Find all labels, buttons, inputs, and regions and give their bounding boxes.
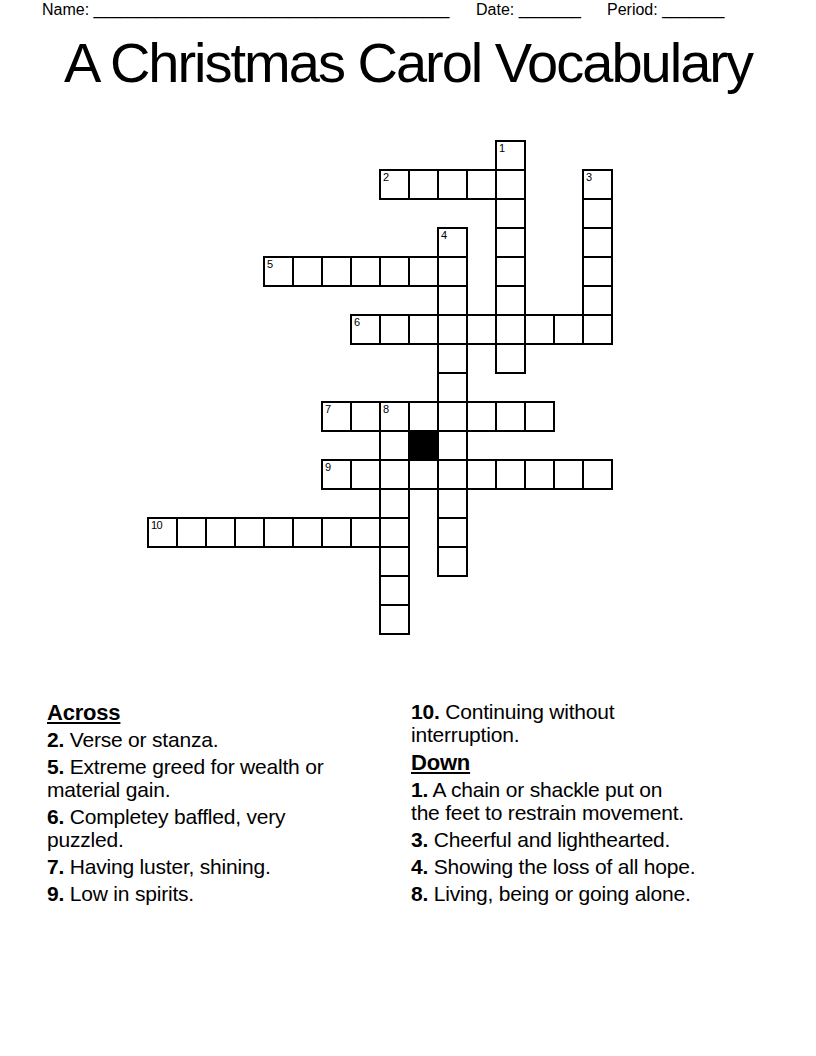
clue-number: 2. [47, 728, 64, 751]
grid-cell-r16c8[interactable] [379, 604, 410, 635]
black-cell-r10c9 [408, 430, 439, 461]
date-blank-line: _______ [519, 1, 581, 18]
period-field: Period: _______ [607, 0, 724, 20]
grid-cell-r1c15[interactable]: 3 [582, 169, 613, 200]
period-blank-line: _______ [662, 1, 724, 18]
cell-number-7: 7 [325, 403, 331, 415]
grid-cell-r11c14[interactable] [553, 459, 584, 490]
grid-cell-r13c8[interactable] [379, 517, 410, 548]
grid-cell-r13c5[interactable] [292, 517, 323, 548]
grid-cell-r6c13[interactable] [524, 314, 555, 345]
grid-cell-r10c10[interactable] [437, 430, 468, 461]
grid-cell-r6c15[interactable] [582, 314, 613, 345]
cell-number-4: 4 [441, 229, 447, 241]
clue-number: 3. [411, 828, 428, 851]
cell-number-10: 10 [151, 519, 162, 531]
grid-cell-r9c6[interactable]: 7 [321, 401, 352, 432]
cell-number-6: 6 [354, 316, 360, 328]
down-heading: Down [411, 750, 773, 776]
grid-cell-r2c12[interactable] [495, 198, 526, 229]
clue-number: 6. [47, 805, 64, 828]
grid-cell-r11c9[interactable] [408, 459, 439, 490]
grid-cell-r13c7[interactable] [350, 517, 381, 548]
grid-cell-r11c12[interactable] [495, 459, 526, 490]
grid-cell-r9c7[interactable] [350, 401, 381, 432]
name-field: Name: __________________________________… [42, 0, 450, 20]
grid-cell-r13c4[interactable] [263, 517, 294, 548]
grid-cell-r0c12[interactable]: 1 [495, 140, 526, 171]
grid-cell-r1c8[interactable]: 2 [379, 169, 410, 200]
grid-cell-r12c10[interactable] [437, 488, 468, 519]
name-blank-line: ________________________________________ [94, 1, 450, 18]
grid-cell-r11c7[interactable] [350, 459, 381, 490]
grid-cell-r9c11[interactable] [466, 401, 497, 432]
cell-number-2: 2 [383, 171, 389, 183]
cell-number-5: 5 [267, 258, 273, 270]
clue-across-5: 5. Extreme greed for wealth ormaterial g… [47, 755, 409, 801]
name-label: Name: [42, 1, 89, 18]
grid-cell-r11c13[interactable] [524, 459, 555, 490]
clue-number: 1. [411, 778, 428, 801]
grid-cell-r14c8[interactable] [379, 546, 410, 577]
grid-cell-r11c6[interactable]: 9 [321, 459, 352, 490]
grid-cell-r4c12[interactable] [495, 256, 526, 287]
grid-cell-r1c12[interactable] [495, 169, 526, 200]
grid-cell-r5c15[interactable] [582, 285, 613, 316]
clue-across-10: 10. Continuing withoutinterruption. [411, 700, 773, 746]
grid-cell-r6c10[interactable] [437, 314, 468, 345]
grid-cell-r1c9[interactable] [408, 169, 439, 200]
grid-cell-r6c11[interactable] [466, 314, 497, 345]
grid-cell-r13c6[interactable] [321, 517, 352, 548]
grid-cell-r4c9[interactable] [408, 256, 439, 287]
clue-across-2: 2. Verse or stanza. [47, 728, 409, 751]
cell-number-8: 8 [383, 403, 389, 415]
clue-number: 5. [47, 755, 64, 778]
across-clues-column: Across2. Verse or stanza.5. Extreme gree… [47, 700, 409, 909]
grid-cell-r6c12[interactable] [495, 314, 526, 345]
grid-cell-r2c15[interactable] [582, 198, 613, 229]
clue-down-4: 4. Showing the loss of all hope. [411, 855, 773, 878]
period-label: Period: [607, 1, 658, 18]
page-title: A Christmas Carol Vocabulary [0, 33, 816, 93]
grid-cell-r6c14[interactable] [553, 314, 584, 345]
grid-cell-r10c8[interactable] [379, 430, 410, 461]
grid-cell-r6c9[interactable] [408, 314, 439, 345]
grid-cell-r1c11[interactable] [466, 169, 497, 200]
grid-cell-r4c5[interactable] [292, 256, 323, 287]
cell-number-9: 9 [325, 461, 331, 473]
clue-across-9: 9. Low in spirits. [47, 882, 409, 905]
grid-cell-r9c12[interactable] [495, 401, 526, 432]
grid-cell-r8c10[interactable] [437, 372, 468, 403]
grid-cell-r5c10[interactable] [437, 285, 468, 316]
grid-cell-r14c10[interactable] [437, 546, 468, 577]
clue-number: 4. [411, 855, 428, 878]
clue-number: 10. [411, 700, 440, 723]
worksheet-page: { "game": "crossword", "title": "A Chris… [0, 0, 816, 1056]
grid-cell-r4c7[interactable] [350, 256, 381, 287]
grid-cell-r3c12[interactable] [495, 227, 526, 258]
crossword-grid: 12345678910 [147, 140, 613, 635]
clue-number: 9. [47, 882, 64, 905]
grid-cell-r7c12[interactable] [495, 343, 526, 374]
clue-down-8: 8. Living, being or going alone. [411, 882, 773, 905]
grid-cell-r6c7[interactable]: 6 [350, 314, 381, 345]
grid-cell-r15c8[interactable] [379, 575, 410, 606]
date-label: Date: [476, 1, 514, 18]
grid-cell-r13c3[interactable] [234, 517, 265, 548]
grid-cell-r12c8[interactable] [379, 488, 410, 519]
clue-down-3: 3. Cheerful and lighthearted. [411, 828, 773, 851]
clue-down-1: 1. A chain or shackle put onthe feet to … [411, 778, 773, 824]
grid-cell-r4c6[interactable] [321, 256, 352, 287]
grid-cell-r9c9[interactable] [408, 401, 439, 432]
grid-cell-r11c10[interactable] [437, 459, 468, 490]
grid-cell-r1c10[interactable] [437, 169, 468, 200]
grid-cell-r7c10[interactable] [437, 343, 468, 374]
clue-number: 8. [411, 882, 428, 905]
grid-cell-r4c8[interactable] [379, 256, 410, 287]
date-field: Date: _______ [476, 0, 581, 20]
grid-cell-r11c15[interactable] [582, 459, 613, 490]
grid-cell-r13c10[interactable] [437, 517, 468, 548]
clue-across-6: 6. Completey baffled, verypuzzled. [47, 805, 409, 851]
grid-cell-r6c8[interactable] [379, 314, 410, 345]
grid-cell-r9c8[interactable]: 8 [379, 401, 410, 432]
cell-number-3: 3 [586, 171, 592, 183]
grid-cell-r9c13[interactable] [524, 401, 555, 432]
across-heading: Across [47, 700, 409, 726]
grid-cell-r13c1[interactable] [176, 517, 207, 548]
grid-cell-r4c10[interactable] [437, 256, 468, 287]
grid-cell-r3c15[interactable] [582, 227, 613, 258]
grid-cell-r11c11[interactable] [466, 459, 497, 490]
clue-across-7: 7. Having luster, shining. [47, 855, 409, 878]
grid-cell-r11c8[interactable] [379, 459, 410, 490]
cell-number-1: 1 [499, 142, 505, 154]
grid-cell-r9c10[interactable] [437, 401, 468, 432]
clue-number: 7. [47, 855, 64, 878]
grid-cell-r5c12[interactable] [495, 285, 526, 316]
grid-cell-r3c10[interactable]: 4 [437, 227, 468, 258]
down-clues-column: 10. Continuing withoutinterruption.Down1… [411, 700, 773, 909]
grid-cell-r4c4[interactable]: 5 [263, 256, 294, 287]
grid-cell-r13c0[interactable]: 10 [147, 517, 178, 548]
grid-cell-r4c15[interactable] [582, 256, 613, 287]
grid-cell-r13c2[interactable] [205, 517, 236, 548]
